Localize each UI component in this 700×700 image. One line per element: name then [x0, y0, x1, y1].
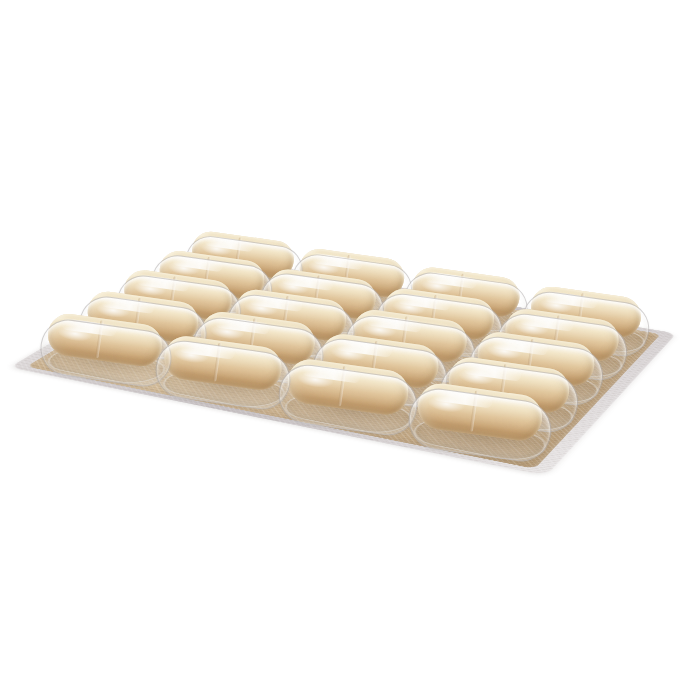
product-photo-canvas [0, 0, 700, 700]
capsule-layer [0, 0, 700, 700]
